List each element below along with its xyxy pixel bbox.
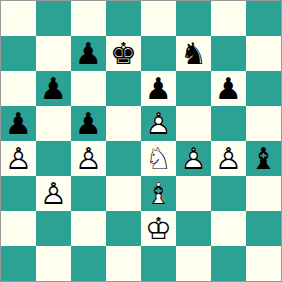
black-pawn-piece: ♟ [145,71,172,106]
square-c4[interactable]: ♟♙ [71,141,106,176]
white-pawn-piece: ♟♙ [215,141,242,176]
square-b7[interactable] [36,36,71,71]
black-pawn-piece: ♟ [75,36,102,71]
white-king-piece: ♚♔ [145,211,172,246]
square-c7[interactable]: ♟ [71,36,106,71]
square-f7[interactable]: ♞ [176,36,211,71]
square-g7[interactable] [211,36,246,71]
white-pawn-piece: ♟♙ [145,106,172,141]
square-e6[interactable]: ♟ [141,71,176,106]
square-h5[interactable] [246,106,281,141]
square-g4[interactable]: ♟♙ [211,141,246,176]
square-c8[interactable] [71,1,106,36]
square-e4[interactable]: ♞♘ [141,141,176,176]
black-pawn-piece: ♟ [40,71,67,106]
white-bishop-piece: ♝♗ [145,176,172,211]
white-pawn-piece: ♟♙ [75,141,102,176]
square-d7[interactable]: ♚ [106,36,141,71]
square-a8[interactable] [1,1,36,36]
black-bishop-piece: ♝ [250,141,277,176]
square-g2[interactable] [211,211,246,246]
square-f5[interactable] [176,106,211,141]
square-d3[interactable] [106,176,141,211]
square-b1[interactable] [36,246,71,281]
chess-board: ♟♚♞♟♟♟♟♟♟♙♟♙♟♙♞♘♟♙♟♙♝♟♙♝♗♚♔ [0,0,282,282]
square-h6[interactable] [246,71,281,106]
square-a4[interactable]: ♟♙ [1,141,36,176]
black-pawn-piece: ♟ [75,106,102,141]
square-h7[interactable] [246,36,281,71]
square-g5[interactable] [211,106,246,141]
white-pawn-piece: ♟♙ [40,176,67,211]
square-f3[interactable] [176,176,211,211]
square-c5[interactable]: ♟ [71,106,106,141]
black-knight-piece: ♞ [180,36,207,71]
square-d2[interactable] [106,211,141,246]
square-d8[interactable] [106,1,141,36]
square-c1[interactable] [71,246,106,281]
square-d5[interactable] [106,106,141,141]
square-a7[interactable] [1,36,36,71]
square-b2[interactable] [36,211,71,246]
square-c3[interactable] [71,176,106,211]
square-h4[interactable]: ♝ [246,141,281,176]
square-a5[interactable]: ♟ [1,106,36,141]
square-e2[interactable]: ♚♔ [141,211,176,246]
square-e7[interactable] [141,36,176,71]
square-e8[interactable] [141,1,176,36]
square-e5[interactable]: ♟♙ [141,106,176,141]
square-d4[interactable] [106,141,141,176]
square-b4[interactable] [36,141,71,176]
black-king-piece: ♚ [110,36,137,71]
white-pawn-piece: ♟♙ [5,141,32,176]
square-a2[interactable] [1,211,36,246]
white-knight-piece: ♞♘ [145,141,172,176]
square-g6[interactable]: ♟ [211,71,246,106]
square-b3[interactable]: ♟♙ [36,176,71,211]
square-a3[interactable] [1,176,36,211]
square-e3[interactable]: ♝♗ [141,176,176,211]
square-h3[interactable] [246,176,281,211]
square-b8[interactable] [36,1,71,36]
square-c6[interactable] [71,71,106,106]
square-g8[interactable] [211,1,246,36]
square-f4[interactable]: ♟♙ [176,141,211,176]
square-h8[interactable] [246,1,281,36]
square-f2[interactable] [176,211,211,246]
black-pawn-piece: ♟ [5,106,32,141]
square-b6[interactable]: ♟ [36,71,71,106]
black-pawn-piece: ♟ [215,71,242,106]
square-f8[interactable] [176,1,211,36]
square-a6[interactable] [1,71,36,106]
square-f6[interactable] [176,71,211,106]
square-d6[interactable] [106,71,141,106]
square-c2[interactable] [71,211,106,246]
square-h1[interactable] [246,246,281,281]
square-g1[interactable] [211,246,246,281]
square-b5[interactable] [36,106,71,141]
square-d1[interactable] [106,246,141,281]
square-a1[interactable] [1,246,36,281]
square-h2[interactable] [246,211,281,246]
square-g3[interactable] [211,176,246,211]
square-e1[interactable] [141,246,176,281]
white-pawn-piece: ♟♙ [180,141,207,176]
square-f1[interactable] [176,246,211,281]
